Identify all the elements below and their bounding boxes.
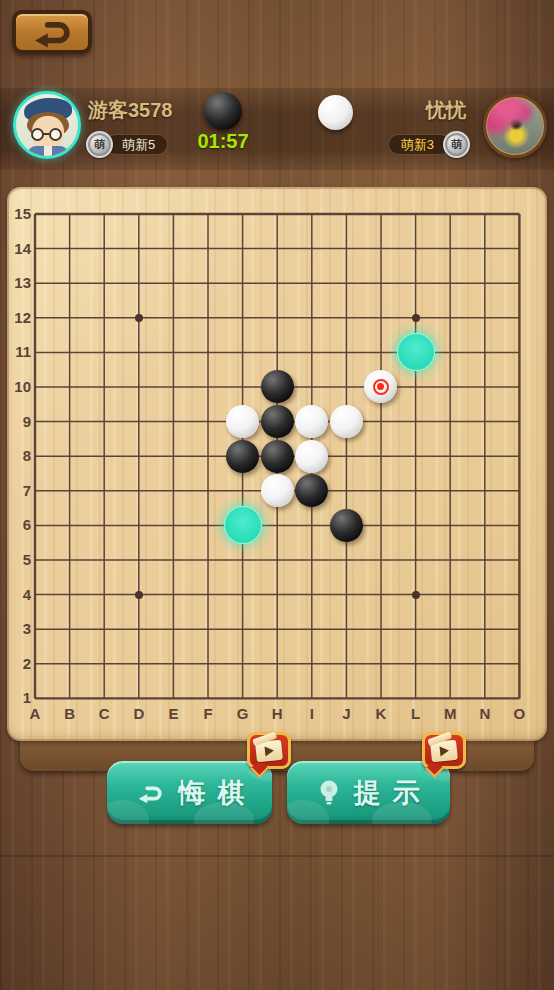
- col-label-N: N: [475, 705, 495, 722]
- black-stone-I7: [295, 474, 328, 507]
- white-stone-H7: [261, 474, 294, 507]
- undo-arrow-icon: [135, 781, 165, 805]
- white-stone-K10: [364, 370, 397, 403]
- col-label-J: J: [336, 705, 356, 722]
- row-label-7: 7: [11, 482, 31, 499]
- col-label-G: G: [233, 705, 253, 722]
- medal-icon: 萌: [443, 131, 470, 158]
- star-point-D4: [135, 591, 143, 599]
- row-label-9: 9: [11, 413, 31, 430]
- black-stone-J6: [330, 509, 363, 542]
- col-label-I: I: [302, 705, 322, 722]
- row-label-6: 6: [11, 516, 31, 533]
- white-stone-I8: [295, 440, 328, 473]
- undo-ad-video-icon[interactable]: [247, 732, 291, 769]
- white-player-rank-badge: 萌新3: [388, 134, 451, 155]
- board-grid[interactable]: [18, 197, 537, 716]
- black-stone-H10: [261, 370, 294, 403]
- back-button[interactable]: [12, 10, 92, 54]
- play-clapper-icon: [255, 739, 283, 762]
- row-label-10: 10: [11, 378, 31, 395]
- avatar-shirt: [44, 146, 52, 159]
- avatar-glasses-bridge: [43, 133, 51, 135]
- move-timer: 01:57: [196, 130, 250, 153]
- col-label-F: F: [198, 705, 218, 722]
- star-point-L12: [412, 314, 420, 322]
- white-player-badges: 萌 萌新3: [388, 131, 470, 158]
- black-stone-G8: [226, 440, 259, 473]
- col-label-H: H: [267, 705, 287, 722]
- white-stone-G9: [226, 405, 259, 438]
- player-bar: [0, 88, 554, 170]
- black-player-avatar[interactable]: [13, 91, 81, 159]
- medal-icon: 萌: [86, 131, 113, 158]
- white-stone-I9: [295, 405, 328, 438]
- hint-button[interactable]: 提示: [287, 761, 450, 824]
- white-stone-indicator: [318, 95, 353, 130]
- star-point-L4: [412, 591, 420, 599]
- undo-button[interactable]: 悔棋: [107, 761, 272, 824]
- last-move-marker: [373, 379, 389, 395]
- white-player-name: 忧忧: [426, 97, 466, 124]
- row-label-13: 13: [11, 274, 31, 291]
- col-label-D: D: [129, 705, 149, 722]
- hint-ad-video-icon[interactable]: [422, 732, 466, 769]
- hint-highlight-L11: [397, 333, 435, 371]
- black-stone-H9: [261, 405, 294, 438]
- black-player-name: 游客3578: [88, 97, 173, 124]
- hint-highlight-G6: [224, 506, 262, 544]
- star-point-D12: [135, 314, 143, 322]
- lightbulb-icon: [318, 779, 340, 807]
- black-stone-H8: [261, 440, 294, 473]
- row-label-14: 14: [11, 240, 31, 257]
- wood-plank-seam: [0, 855, 554, 857]
- col-label-M: M: [440, 705, 460, 722]
- row-label-12: 12: [11, 309, 31, 326]
- play-clapper-icon: [430, 739, 458, 762]
- row-label-3: 3: [11, 620, 31, 637]
- row-label-8: 8: [11, 447, 31, 464]
- row-label-5: 5: [11, 551, 31, 568]
- white-player-avatar[interactable]: [483, 94, 547, 158]
- col-label-C: C: [94, 705, 114, 722]
- col-label-O: O: [509, 705, 529, 722]
- white-stone-J9: [330, 405, 363, 438]
- row-label-15: 15: [11, 205, 31, 222]
- col-label-A: A: [25, 705, 45, 722]
- row-label-4: 4: [11, 586, 31, 603]
- black-player-badges: 萌 萌新5: [86, 131, 168, 158]
- gomoku-board[interactable]: 151413121110987654321ABCDEFGHIJKLMNO: [7, 187, 547, 741]
- black-player-rank-badge: 萌新5: [105, 134, 168, 155]
- back-arrow-icon: [29, 15, 75, 49]
- col-label-E: E: [163, 705, 183, 722]
- black-stone-indicator: [204, 92, 242, 130]
- col-label-L: L: [406, 705, 426, 722]
- col-label-B: B: [60, 705, 80, 722]
- row-label-2: 2: [11, 655, 31, 672]
- col-label-K: K: [371, 705, 391, 722]
- row-label-11: 11: [11, 343, 31, 360]
- row-label-1: 1: [11, 689, 31, 706]
